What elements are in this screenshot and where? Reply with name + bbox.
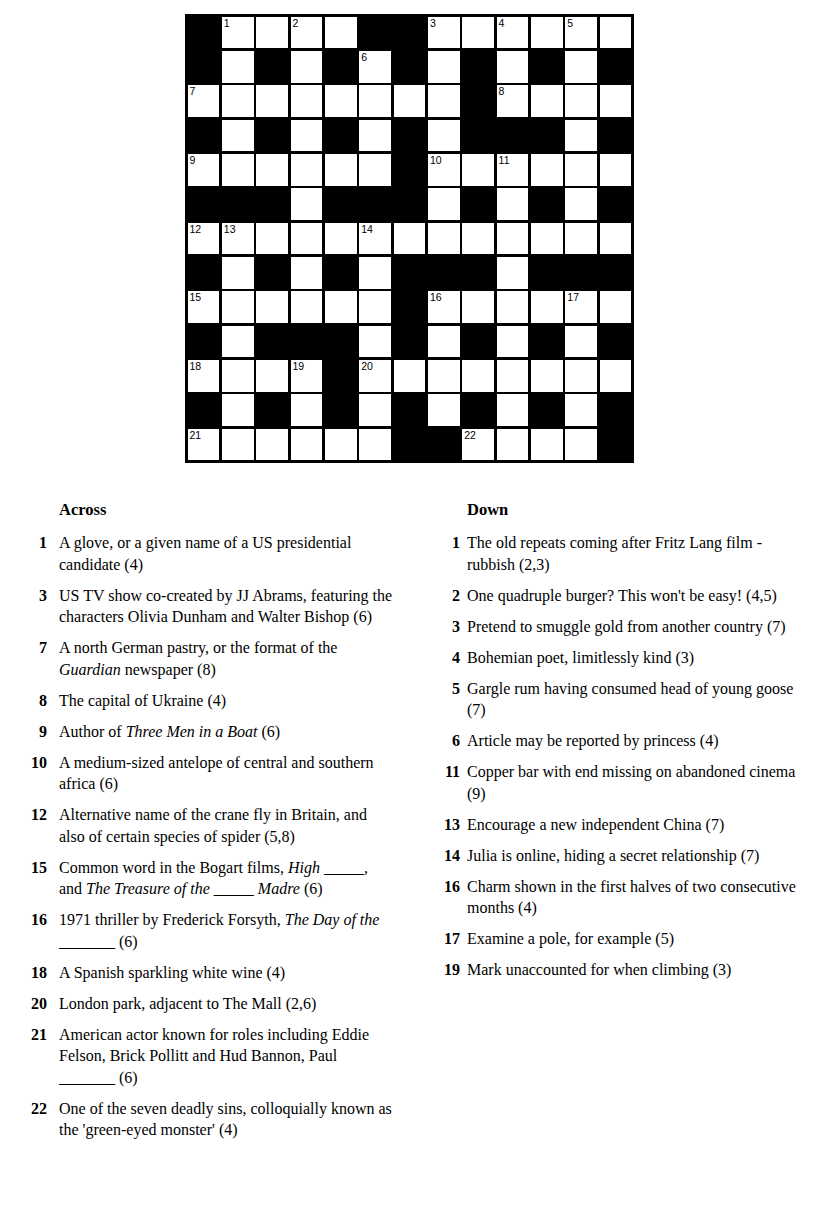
clue-across-21: 21American actor known for roles includi… — [27, 1024, 397, 1089]
block-r9c7 — [394, 291, 426, 323]
block-r8c3 — [256, 257, 288, 289]
cell-number: 12 — [190, 223, 202, 236]
clue-across-16: 161971 thriller by Frederick Forsyth, Th… — [27, 909, 397, 952]
block-r4c11 — [531, 120, 563, 152]
cell-number: 1 — [224, 17, 230, 30]
cell-number: 8 — [499, 85, 505, 98]
block-r8c5 — [325, 257, 357, 289]
cell-r12c8[interactable] — [428, 394, 460, 426]
cell-r9c4[interactable] — [291, 291, 323, 323]
cell-r1c4[interactable]: 2 — [291, 17, 323, 49]
clue-text: London park, adjacent to The Mall (2,6) — [59, 993, 393, 1015]
cell-number: 7 — [190, 85, 196, 98]
cell-r11c7[interactable] — [394, 360, 426, 392]
across-section: Across 1A glove, or a given name of a US… — [27, 499, 397, 1150]
cell-r7c12[interactable] — [565, 223, 597, 255]
cell-number: 16 — [430, 291, 442, 304]
clue-number: 3 — [27, 585, 47, 628]
block-r12c3 — [256, 394, 288, 426]
block-r8c9 — [462, 257, 494, 289]
clue-across-7: 7A north German pastry, or the format of… — [27, 637, 397, 680]
cell-r13c11[interactable] — [531, 429, 563, 461]
block-r12c7 — [394, 394, 426, 426]
block-r2c13 — [600, 51, 632, 83]
block-r1c6 — [359, 17, 391, 49]
clue-text: Bohemian poet, limitlessly kind (3) — [467, 647, 800, 669]
cell-number: 3 — [430, 17, 436, 30]
clue-number: 1 — [27, 532, 47, 575]
cell-r1c8[interactable]: 3 — [428, 17, 460, 49]
block-r10c11 — [531, 326, 563, 358]
cell-r13c10[interactable] — [497, 429, 529, 461]
clue-number: 9 — [27, 721, 47, 743]
cell-r2c8[interactable] — [428, 51, 460, 83]
clue-number: 15 — [27, 857, 47, 900]
clue-number: 7 — [27, 637, 47, 680]
clue-text: Pretend to smuggle gold from another cou… — [467, 616, 800, 638]
block-r4c9 — [462, 120, 494, 152]
cell-r9c2[interactable] — [222, 291, 254, 323]
clue-number: 5 — [440, 678, 460, 721]
clue-text: Mark unaccounted for when climbing (3) — [467, 959, 800, 981]
down-clue-list: 1The old repeats coming after Fritz Lang… — [440, 532, 800, 981]
cell-number: 18 — [190, 360, 202, 373]
clue-number: 21 — [27, 1024, 47, 1089]
cell-r11c12[interactable] — [565, 360, 597, 392]
cell-number: 2 — [293, 17, 299, 30]
cell-r7c1[interactable]: 12 — [188, 223, 220, 255]
block-r10c13 — [600, 326, 632, 358]
clue-across-8: 8The capital of Ukraine (4) — [27, 690, 397, 712]
clue-number: 16 — [440, 876, 460, 919]
clue-text: Common word in the Bogart films, High __… — [59, 857, 393, 900]
cell-number: 15 — [190, 291, 202, 304]
clue-number: 8 — [27, 690, 47, 712]
cell-r3c2[interactable] — [222, 85, 254, 117]
block-r11c5 — [325, 360, 357, 392]
cell-r12c4[interactable] — [291, 394, 323, 426]
cell-number: 6 — [361, 51, 367, 64]
block-r2c1 — [188, 51, 220, 83]
cell-r13c4[interactable] — [291, 429, 323, 461]
clue-text: Copper bar with end missing on abandoned… — [467, 761, 800, 804]
cell-r10c10[interactable] — [497, 326, 529, 358]
cell-r7c4[interactable] — [291, 223, 323, 255]
cell-number: 20 — [361, 360, 373, 373]
cell-r9c12[interactable]: 17 — [565, 291, 597, 323]
clue-down-11: 11Copper bar with end missing on abandon… — [440, 761, 800, 804]
cell-r1c10[interactable]: 4 — [497, 17, 529, 49]
clue-down-5: 5Gargle rum having consumed head of youn… — [440, 678, 800, 721]
cell-r12c10[interactable] — [497, 394, 529, 426]
cell-number: 14 — [361, 223, 373, 236]
block-r3c9 — [462, 85, 494, 117]
block-r4c3 — [256, 120, 288, 152]
block-r6c1 — [188, 188, 220, 220]
block-r6c3 — [256, 188, 288, 220]
clue-text: Examine a pole, for example (5) — [467, 928, 800, 950]
cell-r5c12[interactable] — [565, 154, 597, 186]
clue-text: The capital of Ukraine (4) — [59, 690, 393, 712]
block-r10c9 — [462, 326, 494, 358]
cell-r1c12[interactable]: 5 — [565, 17, 597, 49]
cell-r13c1[interactable]: 21 — [188, 429, 220, 461]
clue-number: 22 — [27, 1098, 47, 1141]
clue-text: Article may be reported by princess (4) — [467, 730, 800, 752]
block-r6c9 — [462, 188, 494, 220]
clue-text: A medium-sized antelope of central and s… — [59, 752, 393, 795]
cell-r5c11[interactable] — [531, 154, 563, 186]
cell-r5c8[interactable]: 10 — [428, 154, 460, 186]
cell-r7c3[interactable] — [256, 223, 288, 255]
block-r2c9 — [462, 51, 494, 83]
clue-down-1: 1The old repeats coming after Fritz Lang… — [440, 532, 800, 575]
clue-down-4: 4Bohemian poet, limitlessly kind (3) — [440, 647, 800, 669]
cell-r5c9[interactable] — [462, 154, 494, 186]
cell-r8c6[interactable] — [359, 257, 391, 289]
cell-r12c2[interactable] — [222, 394, 254, 426]
block-r12c11 — [531, 394, 563, 426]
cell-r5c10[interactable]: 11 — [497, 154, 529, 186]
block-r12c13 — [600, 394, 632, 426]
block-r13c13 — [600, 429, 632, 461]
cell-r4c12[interactable] — [565, 120, 597, 152]
cell-r1c11[interactable] — [531, 17, 563, 49]
block-r10c5 — [325, 326, 357, 358]
block-r8c8 — [428, 257, 460, 289]
cell-r11c1[interactable]: 18 — [188, 360, 220, 392]
cell-r7c9[interactable] — [462, 223, 494, 255]
clue-number: 12 — [27, 804, 47, 847]
cell-r13c3[interactable] — [256, 429, 288, 461]
block-r4c7 — [394, 120, 426, 152]
cell-r7c8[interactable] — [428, 223, 460, 255]
clue-across-22: 22One of the seven deadly sins, colloqui… — [27, 1098, 397, 1141]
cell-r11c4[interactable]: 19 — [291, 360, 323, 392]
block-r8c12 — [565, 257, 597, 289]
cell-r3c11[interactable] — [531, 85, 563, 117]
clue-across-9: 9Author of Three Men in a Boat (6) — [27, 721, 397, 743]
clue-number: 2 — [440, 585, 460, 607]
cell-r7c11[interactable] — [531, 223, 563, 255]
cell-r9c13[interactable] — [600, 291, 632, 323]
block-r6c7 — [394, 188, 426, 220]
cell-r9c8[interactable]: 16 — [428, 291, 460, 323]
clue-across-10: 10A medium-sized antelope of central and… — [27, 752, 397, 795]
clue-text: Julia is online, hiding a secret relatio… — [467, 845, 800, 867]
block-r12c1 — [188, 394, 220, 426]
cell-r11c10[interactable] — [497, 360, 529, 392]
cell-r5c3[interactable] — [256, 154, 288, 186]
block-r8c11 — [531, 257, 563, 289]
cell-r3c3[interactable] — [256, 85, 288, 117]
clue-number: 16 — [27, 909, 47, 952]
cell-r7c10[interactable] — [497, 223, 529, 255]
block-r10c4 — [291, 326, 323, 358]
cell-r11c11[interactable] — [531, 360, 563, 392]
cell-r13c5[interactable] — [325, 429, 357, 461]
clue-down-13: 13Encourage a new independent China (7) — [440, 814, 800, 836]
cell-number: 22 — [464, 429, 476, 442]
clue-text: 1971 thriller by Frederick Forsyth, The … — [59, 909, 393, 952]
block-r5c7 — [394, 154, 426, 186]
cell-r1c5[interactable] — [325, 17, 357, 49]
cell-r3c13[interactable] — [600, 85, 632, 117]
block-r10c7 — [394, 326, 426, 358]
block-r2c5 — [325, 51, 357, 83]
clue-down-17: 17Examine a pole, for example (5) — [440, 928, 800, 950]
cell-r12c6[interactable] — [359, 394, 391, 426]
clue-number: 13 — [440, 814, 460, 836]
clue-down-19: 19Mark unaccounted for when climbing (3) — [440, 959, 800, 981]
clue-number: 18 — [27, 962, 47, 984]
cell-r2c12[interactable] — [565, 51, 597, 83]
cell-r11c6[interactable]: 20 — [359, 360, 391, 392]
cell-r3c10[interactable]: 8 — [497, 85, 529, 117]
clue-number: 6 — [440, 730, 460, 752]
cell-r4c4[interactable] — [291, 120, 323, 152]
block-r4c13 — [600, 120, 632, 152]
clue-number: 17 — [440, 928, 460, 950]
cell-r11c2[interactable] — [222, 360, 254, 392]
block-r12c9 — [462, 394, 494, 426]
clue-across-1: 1A glove, or a given name of a US presid… — [27, 532, 397, 575]
clue-number: 20 — [27, 993, 47, 1015]
cell-r3c5[interactable] — [325, 85, 357, 117]
cell-r9c10[interactable] — [497, 291, 529, 323]
clue-text: A glove, or a given name of a US preside… — [59, 532, 393, 575]
block-r4c10 — [497, 120, 529, 152]
cell-r10c12[interactable] — [565, 326, 597, 358]
block-r6c11 — [531, 188, 563, 220]
clue-down-14: 14Julia is online, hiding a secret relat… — [440, 845, 800, 867]
cell-r3c12[interactable] — [565, 85, 597, 117]
block-r8c13 — [600, 257, 632, 289]
clue-down-2: 2One quadruple burger? This won't be eas… — [440, 585, 800, 607]
clue-down-3: 3Pretend to smuggle gold from another co… — [440, 616, 800, 638]
cell-r13c6[interactable] — [359, 429, 391, 461]
cell-r10c6[interactable] — [359, 326, 391, 358]
cell-r1c9[interactable] — [462, 17, 494, 49]
clue-across-18: 18A Spanish sparkling white wine (4) — [27, 962, 397, 984]
clue-text: The old repeats coming after Fritz Lang … — [467, 532, 800, 575]
clue-number: 4 — [440, 647, 460, 669]
block-r2c11 — [531, 51, 563, 83]
block-r6c5 — [325, 188, 357, 220]
cell-r3c7[interactable] — [394, 85, 426, 117]
clue-number: 11 — [440, 761, 460, 804]
clue-text: American actor known for roles including… — [59, 1024, 393, 1089]
block-r6c6 — [359, 188, 391, 220]
clue-text: Encourage a new independent China (7) — [467, 814, 800, 836]
cell-r11c9[interactable] — [462, 360, 494, 392]
cell-r4c6[interactable] — [359, 120, 391, 152]
clue-number: 14 — [440, 845, 460, 867]
cell-r8c4[interactable] — [291, 257, 323, 289]
cell-r13c2[interactable] — [222, 429, 254, 461]
cell-r9c6[interactable] — [359, 291, 391, 323]
block-r8c1 — [188, 257, 220, 289]
cell-number: 10 — [430, 154, 442, 167]
cell-r1c13[interactable] — [600, 17, 632, 49]
cell-r5c13[interactable] — [600, 154, 632, 186]
cell-r3c6[interactable] — [359, 85, 391, 117]
block-r8c7 — [394, 257, 426, 289]
clue-text: Alternative name of the crane fly in Bri… — [59, 804, 393, 847]
cell-r2c10[interactable] — [497, 51, 529, 83]
cell-r5c1[interactable]: 9 — [188, 154, 220, 186]
cell-r3c8[interactable] — [428, 85, 460, 117]
cell-r5c5[interactable] — [325, 154, 357, 186]
cell-r1c2[interactable]: 1 — [222, 17, 254, 49]
down-section: Down 1The old repeats coming after Fritz… — [440, 499, 800, 990]
cell-r4c2[interactable] — [222, 120, 254, 152]
block-r6c2 — [222, 188, 254, 220]
cell-r5c4[interactable] — [291, 154, 323, 186]
cell-number: 9 — [190, 154, 196, 167]
block-r1c7 — [394, 17, 426, 49]
cell-r7c7[interactable] — [394, 223, 426, 255]
clue-number: 10 — [27, 752, 47, 795]
cell-r7c6[interactable]: 14 — [359, 223, 391, 255]
block-r12c5 — [325, 394, 357, 426]
cell-r9c9[interactable] — [462, 291, 494, 323]
cell-r7c2[interactable]: 13 — [222, 223, 254, 255]
clue-down-16: 16Charm shown in the first halves of two… — [440, 876, 800, 919]
crossword-grid: 12345678910111213141516171819202122 — [185, 14, 634, 463]
cell-number: 21 — [190, 429, 202, 442]
clue-text: One quadruple burger? This won't be easy… — [467, 585, 800, 607]
cell-number: 13 — [224, 223, 236, 236]
block-r1c1 — [188, 17, 220, 49]
block-r4c1 — [188, 120, 220, 152]
cell-r6c8[interactable] — [428, 188, 460, 220]
clue-text: US TV show co-created by JJ Abrams, feat… — [59, 585, 393, 628]
cell-r8c2[interactable] — [222, 257, 254, 289]
clue-text: One of the seven deadly sins, colloquial… — [59, 1098, 393, 1141]
cell-r5c6[interactable] — [359, 154, 391, 186]
across-clue-list: 1A glove, or a given name of a US presid… — [27, 532, 397, 1141]
cell-r2c6[interactable]: 6 — [359, 51, 391, 83]
clue-number: 3 — [440, 616, 460, 638]
cell-r12c12[interactable] — [565, 394, 597, 426]
cell-number: 4 — [499, 17, 505, 30]
cell-r4c8[interactable] — [428, 120, 460, 152]
clue-text: Author of Three Men in a Boat (6) — [59, 721, 393, 743]
cell-r3c4[interactable] — [291, 85, 323, 117]
cell-r13c9[interactable]: 22 — [462, 429, 494, 461]
block-r13c7 — [394, 429, 426, 461]
cell-r7c5[interactable] — [325, 223, 357, 255]
clue-across-3: 3US TV show co-created by JJ Abrams, fea… — [27, 585, 397, 628]
cell-r5c2[interactable] — [222, 154, 254, 186]
down-header: Down — [467, 499, 800, 520]
cell-r6c12[interactable] — [565, 188, 597, 220]
cell-r13c12[interactable] — [565, 429, 597, 461]
cell-r2c4[interactable] — [291, 51, 323, 83]
cell-r11c8[interactable] — [428, 360, 460, 392]
clue-number: 1 — [440, 532, 460, 575]
clue-number: 19 — [440, 959, 460, 981]
clue-text: Charm shown in the first halves of two c… — [467, 876, 800, 919]
cell-r11c3[interactable] — [256, 360, 288, 392]
block-r6c13 — [600, 188, 632, 220]
clue-text: A north German pastry, or the format of … — [59, 637, 393, 680]
cell-r3c1[interactable]: 7 — [188, 85, 220, 117]
clue-across-15: 15Common word in the Bogart films, High … — [27, 857, 397, 900]
cell-number: 19 — [293, 360, 305, 373]
cell-r9c3[interactable] — [256, 291, 288, 323]
block-r4c5 — [325, 120, 357, 152]
cell-r8c10[interactable] — [497, 257, 529, 289]
cell-r10c2[interactable] — [222, 326, 254, 358]
block-r10c3 — [256, 326, 288, 358]
cell-number: 5 — [567, 17, 573, 30]
cell-r1c3[interactable] — [256, 17, 288, 49]
cell-r9c11[interactable] — [531, 291, 563, 323]
block-r2c7 — [394, 51, 426, 83]
block-r10c1 — [188, 326, 220, 358]
cell-r11c13[interactable] — [600, 360, 632, 392]
cell-r6c10[interactable] — [497, 188, 529, 220]
cell-r9c5[interactable] — [325, 291, 357, 323]
block-r13c8 — [428, 429, 460, 461]
cell-number: 11 — [499, 154, 510, 167]
clue-across-12: 12Alternative name of the crane fly in B… — [27, 804, 397, 847]
across-header: Across — [59, 499, 397, 520]
cell-r10c8[interactable] — [428, 326, 460, 358]
clue-text: Gargle rum having consumed head of young… — [467, 678, 800, 721]
cell-number: 17 — [567, 291, 579, 304]
block-r2c3 — [256, 51, 288, 83]
clue-across-20: 20London park, adjacent to The Mall (2,6… — [27, 993, 397, 1015]
cell-r2c2[interactable] — [222, 51, 254, 83]
cell-r7c13[interactable] — [600, 223, 632, 255]
cell-r6c4[interactable] — [291, 188, 323, 220]
clue-down-6: 6Article may be reported by princess (4) — [440, 730, 800, 752]
cell-r9c1[interactable]: 15 — [188, 291, 220, 323]
clue-text: A Spanish sparkling white wine (4) — [59, 962, 393, 984]
